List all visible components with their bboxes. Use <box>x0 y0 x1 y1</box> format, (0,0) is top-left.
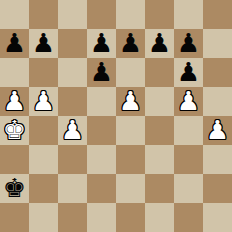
square-g5[interactable]: ♟ <box>174 87 203 116</box>
square-g3[interactable] <box>174 145 203 174</box>
square-g8[interactable] <box>174 0 203 29</box>
white-pawn[interactable]: ♟ <box>119 87 142 116</box>
square-a4[interactable]: ♚ <box>0 116 29 145</box>
square-d6[interactable]: ♟ <box>87 58 116 87</box>
square-c6[interactable] <box>58 58 87 87</box>
square-a2[interactable]: ♚ <box>0 174 29 203</box>
square-b2[interactable] <box>29 174 58 203</box>
square-c4[interactable]: ♟ <box>58 116 87 145</box>
square-d3[interactable] <box>87 145 116 174</box>
square-f5[interactable] <box>145 87 174 116</box>
square-h2[interactable] <box>203 174 232 203</box>
square-e6[interactable] <box>116 58 145 87</box>
square-g6[interactable]: ♟ <box>174 58 203 87</box>
white-pawn[interactable]: ♟ <box>3 87 26 116</box>
square-g4[interactable] <box>174 116 203 145</box>
square-e5[interactable]: ♟ <box>116 87 145 116</box>
black-pawn[interactable]: ♟ <box>119 29 142 58</box>
black-pawn[interactable]: ♟ <box>148 29 171 58</box>
square-a3[interactable] <box>0 145 29 174</box>
square-c8[interactable] <box>58 0 87 29</box>
square-c7[interactable] <box>58 29 87 58</box>
square-b5[interactable]: ♟ <box>29 87 58 116</box>
square-f2[interactable] <box>145 174 174 203</box>
square-e8[interactable] <box>116 0 145 29</box>
black-pawn[interactable]: ♟ <box>3 29 26 58</box>
square-f6[interactable] <box>145 58 174 87</box>
white-pawn[interactable]: ♟ <box>32 87 55 116</box>
square-c1[interactable] <box>58 203 87 232</box>
square-h8[interactable] <box>203 0 232 29</box>
square-a6[interactable] <box>0 58 29 87</box>
square-b8[interactable] <box>29 0 58 29</box>
square-c5[interactable] <box>58 87 87 116</box>
square-d8[interactable] <box>87 0 116 29</box>
square-d2[interactable] <box>87 174 116 203</box>
square-d7[interactable]: ♟ <box>87 29 116 58</box>
square-h6[interactable] <box>203 58 232 87</box>
square-e3[interactable] <box>116 145 145 174</box>
square-e1[interactable] <box>116 203 145 232</box>
black-pawn[interactable]: ♟ <box>90 58 113 87</box>
square-a1[interactable] <box>0 203 29 232</box>
square-b6[interactable] <box>29 58 58 87</box>
square-b1[interactable] <box>29 203 58 232</box>
white-pawn[interactable]: ♟ <box>206 116 229 145</box>
black-pawn[interactable]: ♟ <box>177 29 200 58</box>
square-h5[interactable] <box>203 87 232 116</box>
square-g2[interactable] <box>174 174 203 203</box>
square-d1[interactable] <box>87 203 116 232</box>
square-a5[interactable]: ♟ <box>0 87 29 116</box>
black-pawn[interactable]: ♟ <box>32 29 55 58</box>
square-g7[interactable]: ♟ <box>174 29 203 58</box>
black-pawn[interactable]: ♟ <box>177 58 200 87</box>
white-pawn[interactable]: ♟ <box>61 116 84 145</box>
square-e2[interactable] <box>116 174 145 203</box>
square-h7[interactable] <box>203 29 232 58</box>
square-d5[interactable] <box>87 87 116 116</box>
square-f1[interactable] <box>145 203 174 232</box>
square-h4[interactable]: ♟ <box>203 116 232 145</box>
square-a8[interactable] <box>0 0 29 29</box>
square-e7[interactable]: ♟ <box>116 29 145 58</box>
square-h1[interactable] <box>203 203 232 232</box>
square-f7[interactable]: ♟ <box>145 29 174 58</box>
square-d4[interactable] <box>87 116 116 145</box>
square-e4[interactable] <box>116 116 145 145</box>
square-a7[interactable]: ♟ <box>0 29 29 58</box>
square-b7[interactable]: ♟ <box>29 29 58 58</box>
square-h3[interactable] <box>203 145 232 174</box>
square-f4[interactable] <box>145 116 174 145</box>
black-pawn[interactable]: ♟ <box>90 29 113 58</box>
square-c3[interactable] <box>58 145 87 174</box>
square-b3[interactable] <box>29 145 58 174</box>
white-pawn[interactable]: ♟ <box>177 87 200 116</box>
chess-board: ♟♟♟♟♟♟♟♟♟♟♟♟♚♟♟♚ <box>0 0 232 232</box>
square-f8[interactable] <box>145 0 174 29</box>
square-f3[interactable] <box>145 145 174 174</box>
square-c2[interactable] <box>58 174 87 203</box>
black-king[interactable]: ♚ <box>3 174 26 203</box>
square-g1[interactable] <box>174 203 203 232</box>
square-b4[interactable] <box>29 116 58 145</box>
white-king[interactable]: ♚ <box>3 116 26 145</box>
